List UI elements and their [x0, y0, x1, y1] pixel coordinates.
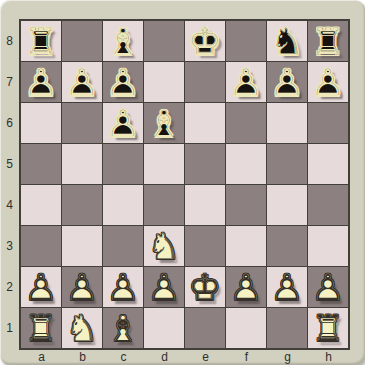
rook-glyph-detail: ♖	[21, 308, 61, 348]
pawn-glyph-detail: ♙	[308, 62, 348, 102]
square-c3[interactable]	[103, 226, 143, 266]
square-f7[interactable]: ♟♙	[226, 62, 266, 102]
pawn-glyph-detail: ♙	[267, 267, 307, 307]
square-h2[interactable]: ♟♙	[308, 267, 348, 307]
piece-black-rook[interactable]: ♜♖	[21, 21, 61, 61]
square-b1[interactable]: ♞♘	[62, 308, 102, 348]
square-g6[interactable]	[267, 103, 307, 143]
square-h1[interactable]: ♜♖	[308, 308, 348, 348]
pawn-glyph-detail: ♙	[62, 62, 102, 102]
pawn-glyph: ♟	[267, 267, 307, 307]
pawn-glyph-detail: ♙	[103, 62, 143, 102]
pawn-glyph: ♟	[308, 62, 348, 102]
square-h5[interactable]	[308, 144, 348, 184]
square-a7[interactable]: ♟♙	[21, 62, 61, 102]
square-f2[interactable]: ♟♙	[226, 267, 266, 307]
square-b2[interactable]: ♟♙	[62, 267, 102, 307]
square-f3[interactable]	[226, 226, 266, 266]
piece-black-pawn[interactable]: ♟♙	[267, 62, 307, 102]
bishop-glyph-detail: ♗	[144, 103, 184, 143]
square-g3[interactable]	[267, 226, 307, 266]
square-f1[interactable]	[226, 308, 266, 348]
rank-label-6: 6	[0, 103, 19, 144]
pawn-glyph-detail: ♙	[226, 62, 266, 102]
square-d3[interactable]: ♞♘	[144, 226, 184, 266]
pawn-glyph: ♟	[103, 103, 143, 143]
square-e5[interactable]	[185, 144, 225, 184]
square-a1[interactable]: ♜♖	[21, 308, 61, 348]
piece-black-pawn[interactable]: ♟♙	[103, 103, 143, 143]
square-a8[interactable]: ♜♖	[21, 21, 61, 61]
pawn-glyph-detail: ♙	[21, 62, 61, 102]
king-glyph-detail: ♔	[185, 267, 225, 307]
square-a3[interactable]	[21, 226, 61, 266]
pawn-glyph: ♟	[103, 267, 143, 307]
file-label-g: g	[267, 349, 308, 365]
piece-white-pawn[interactable]: ♟♙	[103, 267, 143, 307]
square-a6[interactable]	[21, 103, 61, 143]
board-frame: ♜♖♝♗♚♔♞♘♜♖♟♙♟♙♟♙♟♙♟♙♟♙♟♙♝♗♞♘♟♙♟♙♟♙♟♙♚♔♟♙…	[0, 0, 365, 365]
square-c8[interactable]: ♝♗	[103, 21, 143, 61]
knight-glyph: ♞	[144, 226, 184, 266]
square-e4[interactable]	[185, 185, 225, 225]
pawn-glyph: ♟	[62, 267, 102, 307]
square-d5[interactable]	[144, 144, 184, 184]
piece-white-pawn[interactable]: ♟♙	[21, 267, 61, 307]
piece-white-king[interactable]: ♚♔	[185, 267, 225, 307]
piece-black-king[interactable]: ♚♔	[185, 21, 225, 61]
rank-label-3: 3	[0, 226, 19, 267]
piece-black-pawn[interactable]: ♟♙	[226, 62, 266, 102]
square-e6[interactable]	[185, 103, 225, 143]
bishop-glyph-detail: ♗	[103, 21, 143, 61]
piece-black-rook[interactable]: ♜♖	[308, 21, 348, 61]
square-d4[interactable]	[144, 185, 184, 225]
square-d1[interactable]	[144, 308, 184, 348]
chess-board: ♜♖♝♗♚♔♞♘♜♖♟♙♟♙♟♙♟♙♟♙♟♙♟♙♝♗♞♘♟♙♟♙♟♙♟♙♚♔♟♙…	[19, 19, 350, 350]
rook-glyph: ♜	[308, 308, 348, 348]
square-b3[interactable]	[62, 226, 102, 266]
piece-white-pawn[interactable]: ♟♙	[308, 267, 348, 307]
square-g8[interactable]: ♞♘	[267, 21, 307, 61]
pawn-glyph: ♟	[62, 62, 102, 102]
king-glyph: ♚	[185, 21, 225, 61]
knight-glyph: ♞	[267, 21, 307, 61]
knight-glyph-detail: ♘	[267, 21, 307, 61]
piece-white-knight[interactable]: ♞♘	[144, 226, 184, 266]
pawn-glyph-detail: ♙	[62, 267, 102, 307]
pawn-glyph: ♟	[21, 267, 61, 307]
rook-glyph-detail: ♖	[308, 21, 348, 61]
square-h4[interactable]	[308, 185, 348, 225]
square-f4[interactable]	[226, 185, 266, 225]
knight-glyph: ♞	[62, 308, 102, 348]
rook-glyph: ♜	[21, 21, 61, 61]
square-f5[interactable]	[226, 144, 266, 184]
square-b5[interactable]	[62, 144, 102, 184]
piece-white-knight[interactable]: ♞♘	[62, 308, 102, 348]
pawn-glyph-detail: ♙	[103, 267, 143, 307]
rank-label-7: 7	[0, 62, 19, 103]
rank-label-5: 5	[0, 144, 19, 185]
file-label-b: b	[62, 349, 103, 365]
bishop-glyph: ♝	[103, 308, 143, 348]
pawn-glyph-detail: ♙	[103, 103, 143, 143]
file-label-e: e	[185, 349, 226, 365]
rook-glyph-detail: ♖	[21, 21, 61, 61]
square-c5[interactable]	[103, 144, 143, 184]
square-e3[interactable]	[185, 226, 225, 266]
king-glyph-detail: ♔	[185, 21, 225, 61]
square-e2[interactable]: ♚♔	[185, 267, 225, 307]
piece-black-knight[interactable]: ♞♘	[267, 21, 307, 61]
square-e8[interactable]: ♚♔	[185, 21, 225, 61]
square-h8[interactable]: ♜♖	[308, 21, 348, 61]
square-b7[interactable]: ♟♙	[62, 62, 102, 102]
pawn-glyph-detail: ♙	[144, 267, 184, 307]
piece-black-pawn[interactable]: ♟♙	[103, 62, 143, 102]
piece-white-rook[interactable]: ♜♖	[21, 308, 61, 348]
square-d2[interactable]: ♟♙	[144, 267, 184, 307]
rook-glyph: ♜	[21, 308, 61, 348]
rook-glyph: ♜	[308, 21, 348, 61]
square-h6[interactable]	[308, 103, 348, 143]
pawn-glyph: ♟	[226, 267, 266, 307]
pawn-glyph: ♟	[308, 267, 348, 307]
file-label-a: a	[21, 349, 62, 365]
square-c2[interactable]: ♟♙	[103, 267, 143, 307]
rank-label-4: 4	[0, 185, 19, 226]
square-f6[interactable]	[226, 103, 266, 143]
knight-glyph-detail: ♘	[144, 226, 184, 266]
piece-black-pawn[interactable]: ♟♙	[21, 62, 61, 102]
bishop-glyph-detail: ♗	[103, 308, 143, 348]
pawn-glyph: ♟	[21, 62, 61, 102]
file-label-h: h	[308, 349, 349, 365]
pawn-glyph: ♟	[267, 62, 307, 102]
pawn-glyph-detail: ♙	[226, 267, 266, 307]
rank-label-8: 8	[0, 21, 19, 62]
pawn-glyph: ♟	[144, 267, 184, 307]
square-a4[interactable]	[21, 185, 61, 225]
square-g7[interactable]: ♟♙	[267, 62, 307, 102]
square-e1[interactable]	[185, 308, 225, 348]
pawn-glyph-detail: ♙	[308, 267, 348, 307]
piece-white-pawn[interactable]: ♟♙	[226, 267, 266, 307]
square-d8[interactable]	[144, 21, 184, 61]
pawn-glyph-detail: ♙	[21, 267, 61, 307]
file-label-f: f	[226, 349, 267, 365]
square-g1[interactable]	[267, 308, 307, 348]
square-b8[interactable]	[62, 21, 102, 61]
piece-white-pawn[interactable]: ♟♙	[62, 267, 102, 307]
piece-white-pawn[interactable]: ♟♙	[144, 267, 184, 307]
square-c4[interactable]	[103, 185, 143, 225]
square-c6[interactable]: ♟♙	[103, 103, 143, 143]
pawn-glyph: ♟	[226, 62, 266, 102]
piece-black-pawn[interactable]: ♟♙	[308, 62, 348, 102]
square-a5[interactable]	[21, 144, 61, 184]
square-d7[interactable]	[144, 62, 184, 102]
king-glyph: ♚	[185, 267, 225, 307]
square-f8[interactable]	[226, 21, 266, 61]
piece-white-bishop[interactable]: ♝♗	[103, 308, 143, 348]
pawn-glyph-detail: ♙	[267, 62, 307, 102]
square-g5[interactable]	[267, 144, 307, 184]
rank-label-2: 2	[0, 267, 19, 308]
piece-black-bishop[interactable]: ♝♗	[144, 103, 184, 143]
file-label-d: d	[144, 349, 185, 365]
square-a2[interactable]: ♟♙	[21, 267, 61, 307]
rank-label-1: 1	[0, 308, 19, 349]
square-c1[interactable]: ♝♗	[103, 308, 143, 348]
piece-white-rook[interactable]: ♜♖	[308, 308, 348, 348]
square-g4[interactable]	[267, 185, 307, 225]
pawn-glyph: ♟	[103, 62, 143, 102]
square-g2[interactable]: ♟♙	[267, 267, 307, 307]
square-e7[interactable]	[185, 62, 225, 102]
rook-glyph-detail: ♖	[308, 308, 348, 348]
knight-glyph-detail: ♘	[62, 308, 102, 348]
bishop-glyph: ♝	[144, 103, 184, 143]
square-c7[interactable]: ♟♙	[103, 62, 143, 102]
piece-white-pawn[interactable]: ♟♙	[267, 267, 307, 307]
file-label-c: c	[103, 349, 144, 365]
piece-black-pawn[interactable]: ♟♙	[62, 62, 102, 102]
piece-black-bishop[interactable]: ♝♗	[103, 21, 143, 61]
square-d6[interactable]: ♝♗	[144, 103, 184, 143]
square-b6[interactable]	[62, 103, 102, 143]
square-b4[interactable]	[62, 185, 102, 225]
bishop-glyph: ♝	[103, 21, 143, 61]
square-h3[interactable]	[308, 226, 348, 266]
square-h7[interactable]: ♟♙	[308, 62, 348, 102]
